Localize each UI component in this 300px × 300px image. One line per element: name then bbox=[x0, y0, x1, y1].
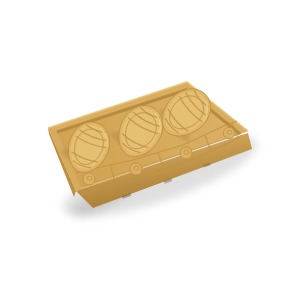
egg-mold-tray-illustration bbox=[0, 0, 300, 300]
stick-rest-bump-1 bbox=[83, 173, 95, 185]
stick-rest-bump-2 bbox=[130, 163, 142, 175]
stick-rest-bump-3 bbox=[180, 147, 192, 159]
product-photo bbox=[0, 0, 300, 300]
stick-rest-bump-4 bbox=[223, 127, 234, 138]
